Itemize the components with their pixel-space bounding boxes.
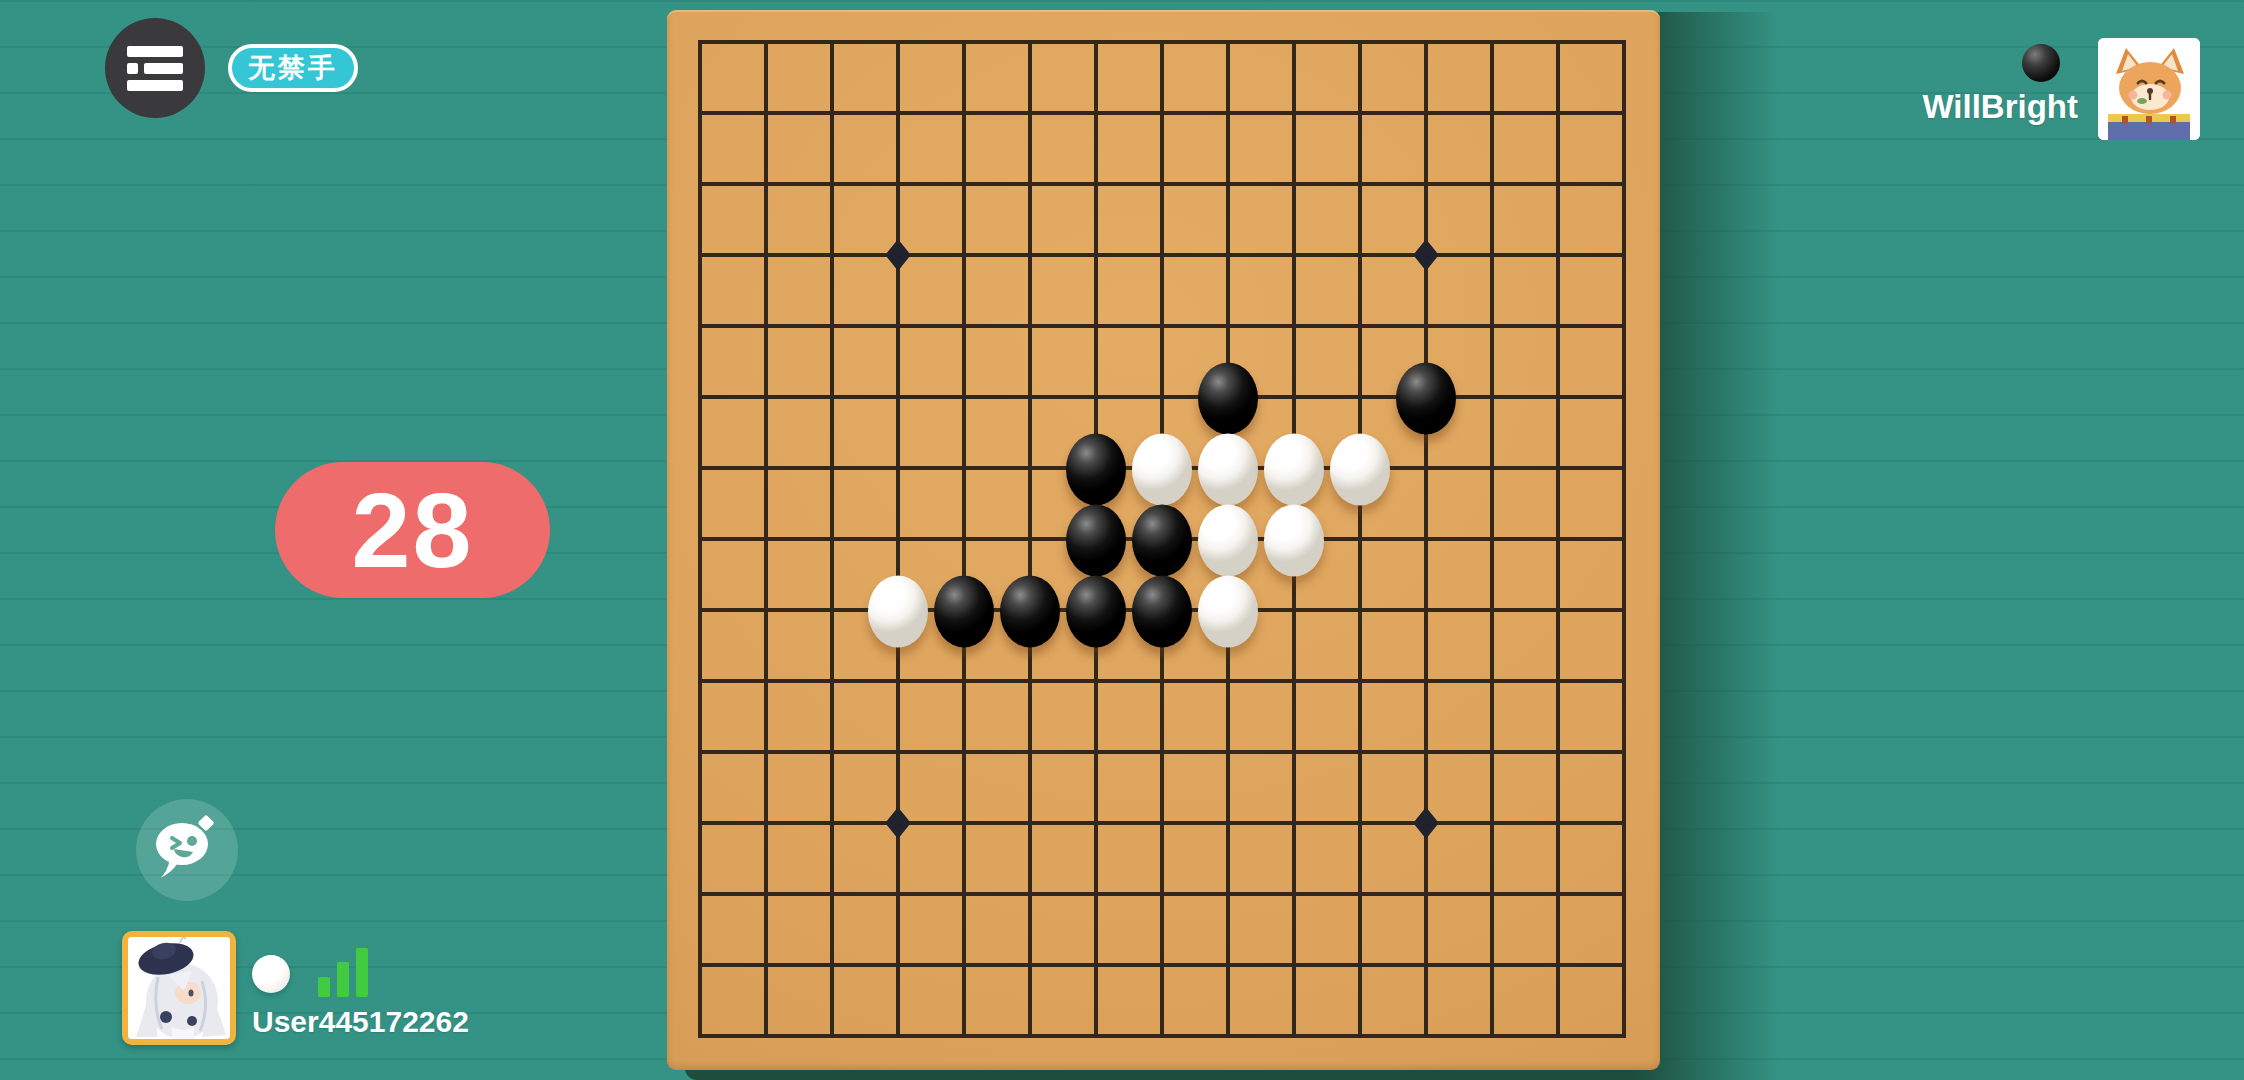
star-point xyxy=(1413,239,1438,271)
white-stone xyxy=(1198,575,1258,647)
signal-bar xyxy=(356,948,368,997)
black-stone xyxy=(1198,362,1258,434)
chat-bubble-icon xyxy=(136,799,238,901)
game-screen: 无禁手 28 WillBright xyxy=(0,0,2244,1080)
white-stone xyxy=(868,575,928,647)
menu-icon-bar xyxy=(127,80,183,91)
white-stone xyxy=(1132,433,1192,505)
girl-avatar-image xyxy=(128,937,230,1039)
black-stone-indicator xyxy=(2022,44,2060,82)
player-top-avatar[interactable] xyxy=(2098,38,2200,140)
rule-badge-label: 无禁手 xyxy=(248,50,338,86)
player-top: WillBright xyxy=(1922,38,2200,140)
rule-badge: 无禁手 xyxy=(228,44,358,92)
menu-icon-bar xyxy=(144,63,183,74)
menu-icon-row xyxy=(127,63,183,74)
signal-bar xyxy=(337,962,349,997)
menu-button[interactable] xyxy=(105,18,205,118)
black-stone xyxy=(1066,504,1126,576)
move-timer: 28 xyxy=(275,462,550,598)
menu-icon-bar xyxy=(127,46,183,57)
gomoku-board[interactable] xyxy=(667,10,1660,1070)
black-stone xyxy=(1132,575,1192,647)
black-stone xyxy=(934,575,994,647)
board-grid[interactable] xyxy=(698,40,1626,1038)
white-stone-indicator xyxy=(252,955,290,993)
signal-bar xyxy=(318,977,330,997)
star-point xyxy=(1413,807,1438,839)
player-bottom-status-row xyxy=(252,945,469,997)
white-stone xyxy=(1264,433,1324,505)
move-timer-value: 28 xyxy=(352,470,474,591)
signal-bars-icon xyxy=(318,947,368,997)
player-top-name: WillBright xyxy=(1922,88,2078,126)
player-bottom: User445172262 xyxy=(122,931,469,1045)
player-bottom-avatar[interactable] xyxy=(122,931,236,1045)
black-stone xyxy=(1000,575,1060,647)
player-top-info: WillBright xyxy=(1922,38,2078,126)
menu-icon-square xyxy=(127,63,138,74)
white-stone xyxy=(1198,433,1258,505)
white-stone xyxy=(1264,504,1324,576)
black-stone xyxy=(1066,433,1126,505)
chat-button[interactable] xyxy=(136,799,238,901)
black-stone xyxy=(1066,575,1126,647)
black-stone xyxy=(1132,504,1192,576)
white-stone xyxy=(1330,433,1390,505)
fox-avatar-image xyxy=(2098,38,2200,140)
menu-icon xyxy=(127,46,183,91)
star-point xyxy=(885,807,910,839)
player-bottom-name: User445172262 xyxy=(252,1005,469,1039)
white-stone xyxy=(1198,504,1258,576)
player-bottom-info: User445172262 xyxy=(252,945,469,1039)
black-stone xyxy=(1396,362,1456,434)
star-point xyxy=(885,239,910,271)
